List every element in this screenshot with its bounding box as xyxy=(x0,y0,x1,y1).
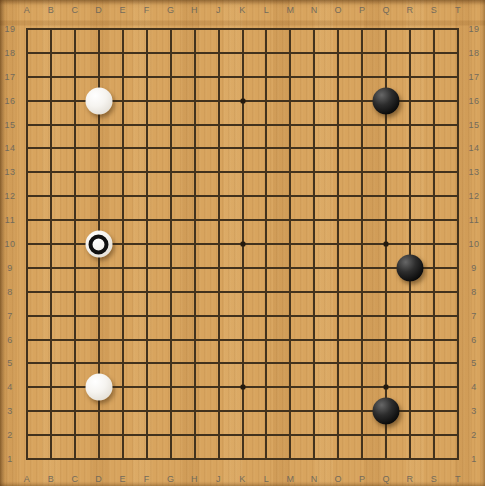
grid-line-horizontal xyxy=(26,147,459,149)
coordinate-label-top: C xyxy=(71,5,78,15)
coordinate-label-bottom: S xyxy=(431,474,438,484)
coordinate-label-left: 3 xyxy=(7,406,13,416)
coordinate-label-top: M xyxy=(286,5,294,15)
coordinate-label-bottom: R xyxy=(407,474,414,484)
coordinate-label-top: E xyxy=(120,5,127,15)
grid-line-horizontal xyxy=(26,76,459,78)
coordinate-label-right: 5 xyxy=(471,358,477,368)
grid-line-horizontal xyxy=(26,458,459,460)
coordinate-label-right: 19 xyxy=(468,24,479,34)
coordinate-label-bottom: J xyxy=(216,474,221,484)
coordinate-label-right: 2 xyxy=(471,430,477,440)
coordinate-label-right: 1 xyxy=(471,454,477,464)
grid-line-horizontal xyxy=(26,124,459,126)
coordinate-label-left: 18 xyxy=(4,48,15,58)
coordinate-label-right: 15 xyxy=(468,120,479,130)
coordinate-label-left: 11 xyxy=(5,215,15,225)
grid-line-horizontal xyxy=(26,362,459,364)
coordinate-label-left: 7 xyxy=(7,311,13,321)
stone-white-D10 xyxy=(85,231,112,258)
coordinate-label-top: P xyxy=(359,5,366,15)
grid-line-horizontal xyxy=(26,195,459,197)
coordinate-label-bottom: N xyxy=(311,474,318,484)
star-point xyxy=(384,242,389,247)
coordinate-label-bottom: Q xyxy=(382,474,390,484)
star-point xyxy=(240,98,245,103)
coordinate-label-right: 11 xyxy=(469,215,479,225)
coordinate-label-top: B xyxy=(48,5,55,15)
coordinate-label-bottom: M xyxy=(286,474,294,484)
coordinate-label-left: 15 xyxy=(4,120,15,130)
coordinate-label-bottom: L xyxy=(264,474,270,484)
coordinate-label-right: 4 xyxy=(471,382,477,392)
go-board: AABBCCDDEEFFGGHHJJKKLLMMNNOOPPQQRRSSTT19… xyxy=(0,0,485,486)
coordinate-label-right: 7 xyxy=(471,311,477,321)
coordinate-label-left: 12 xyxy=(4,191,15,201)
coordinate-label-left: 16 xyxy=(4,96,15,106)
coordinate-label-top: D xyxy=(95,5,102,15)
coordinate-label-top: G xyxy=(167,5,175,15)
coordinate-label-top: F xyxy=(144,5,150,15)
coordinate-label-left: 19 xyxy=(4,24,15,34)
coordinate-label-top: R xyxy=(407,5,414,15)
coordinate-label-right: 3 xyxy=(471,406,477,416)
coordinate-label-top: K xyxy=(239,5,246,15)
coordinate-label-left: 13 xyxy=(4,167,15,177)
coordinate-label-right: 8 xyxy=(471,287,477,297)
coordinate-label-left: 8 xyxy=(7,287,13,297)
coordinate-label-bottom: C xyxy=(71,474,78,484)
star-point xyxy=(240,385,245,390)
coordinate-label-right: 13 xyxy=(468,167,479,177)
coordinate-label-top: H xyxy=(191,5,198,15)
coordinate-label-bottom: B xyxy=(48,474,55,484)
coordinate-label-bottom: A xyxy=(24,474,31,484)
coordinate-label-top: S xyxy=(431,5,438,15)
stone-black-R9 xyxy=(397,254,424,281)
coordinate-label-left: 17 xyxy=(4,72,15,82)
grid-line-horizontal xyxy=(26,434,459,436)
stone-white-D16 xyxy=(85,87,112,114)
coordinate-label-left: 14 xyxy=(4,143,15,153)
coordinate-label-right: 16 xyxy=(468,96,479,106)
coordinate-label-top: L xyxy=(264,5,270,15)
coordinate-label-left: 2 xyxy=(7,430,13,440)
coordinate-label-left: 6 xyxy=(7,335,13,345)
grid-line-horizontal xyxy=(26,291,459,293)
coordinate-label-left: 4 xyxy=(7,382,13,392)
grid-line-horizontal xyxy=(26,267,459,269)
last-move-marker xyxy=(89,234,109,254)
coordinate-label-right: 10 xyxy=(468,239,479,249)
coordinate-label-top: J xyxy=(216,5,221,15)
coordinate-label-right: 18 xyxy=(468,48,479,58)
coordinate-label-bottom: P xyxy=(359,474,366,484)
coordinate-label-right: 14 xyxy=(468,143,479,153)
coordinate-label-right: 17 xyxy=(468,72,479,82)
grid-line-horizontal xyxy=(26,219,459,221)
coordinate-label-bottom: G xyxy=(167,474,175,484)
coordinate-label-left: 10 xyxy=(4,239,15,249)
coordinate-label-top: T xyxy=(455,5,461,15)
grid-line-horizontal xyxy=(26,339,459,341)
coordinate-label-top: O xyxy=(335,5,343,15)
grid-line-horizontal xyxy=(26,171,459,173)
stone-black-Q3 xyxy=(373,398,400,425)
coordinate-label-bottom: K xyxy=(239,474,246,484)
coordinate-label-bottom: O xyxy=(335,474,343,484)
star-point xyxy=(240,242,245,247)
coordinate-label-right: 12 xyxy=(468,191,479,201)
coordinate-label-right: 9 xyxy=(471,263,477,273)
coordinate-label-bottom: T xyxy=(455,474,461,484)
star-point xyxy=(384,385,389,390)
coordinate-label-left: 5 xyxy=(7,358,13,368)
grid-line-horizontal xyxy=(26,28,459,30)
coordinate-label-top: Q xyxy=(382,5,390,15)
coordinate-label-bottom: D xyxy=(95,474,102,484)
coordinate-label-bottom: E xyxy=(120,474,127,484)
coordinate-label-left: 1 xyxy=(7,454,13,464)
grid-line-horizontal xyxy=(26,315,459,317)
coordinate-label-right: 6 xyxy=(471,335,477,345)
coordinate-label-top: N xyxy=(311,5,318,15)
stone-black-Q16 xyxy=(373,87,400,114)
coordinate-label-bottom: H xyxy=(191,474,198,484)
coordinate-label-left: 9 xyxy=(7,263,13,273)
coordinate-label-bottom: F xyxy=(144,474,150,484)
stone-white-D4 xyxy=(85,374,112,401)
coordinate-label-top: A xyxy=(24,5,31,15)
grid-line-horizontal xyxy=(26,52,459,54)
